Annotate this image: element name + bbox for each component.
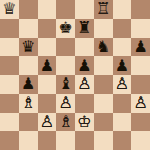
- square-h2[interactable]: [131, 113, 150, 132]
- square-f8[interactable]: ♖: [94, 0, 113, 19]
- square-c6[interactable]: [38, 38, 57, 57]
- black-rook-e7[interactable]: ♜: [77, 20, 91, 36]
- white-bishop-d2[interactable]: ♗: [58, 113, 72, 129]
- square-h1[interactable]: [131, 131, 150, 150]
- square-g6[interactable]: [113, 38, 132, 57]
- square-a2[interactable]: [0, 113, 19, 132]
- square-g2[interactable]: [113, 113, 132, 132]
- square-c3[interactable]: [38, 94, 57, 113]
- square-b3[interactable]: ♗: [19, 94, 38, 113]
- square-h4[interactable]: [131, 75, 150, 94]
- black-queen-b6[interactable]: ♛: [21, 38, 35, 54]
- square-c7[interactable]: [38, 19, 57, 38]
- white-pawn-g4[interactable]: ♙: [115, 76, 129, 92]
- square-d7[interactable]: ♚: [56, 19, 75, 38]
- square-d5[interactable]: [56, 56, 75, 75]
- square-d1[interactable]: [56, 131, 75, 150]
- square-d6[interactable]: [56, 38, 75, 57]
- black-king-d7[interactable]: ♚: [58, 20, 72, 36]
- square-e7[interactable]: ♜: [75, 19, 94, 38]
- square-b7[interactable]: [19, 19, 38, 38]
- square-f6[interactable]: ♞: [94, 38, 113, 57]
- square-g3[interactable]: [113, 94, 132, 113]
- square-f3[interactable]: [94, 94, 113, 113]
- square-b5[interactable]: [19, 56, 38, 75]
- square-e4[interactable]: ♙: [75, 75, 94, 94]
- white-pawn-e4[interactable]: ♙: [77, 76, 91, 92]
- square-f7[interactable]: [94, 19, 113, 38]
- square-d4[interactable]: ♝: [56, 75, 75, 94]
- square-e8[interactable]: [75, 0, 94, 19]
- square-h5[interactable]: [131, 56, 150, 75]
- black-knight-f6[interactable]: ♞: [96, 38, 110, 54]
- square-e1[interactable]: [75, 131, 94, 150]
- square-g1[interactable]: [113, 131, 132, 150]
- square-e6[interactable]: [75, 38, 94, 57]
- white-bishop-b3[interactable]: ♗: [21, 95, 35, 111]
- chess-board: ♕♖♚♜♛♞♟♟♟♟♟♝♙♙♗♙♙♙♗♔: [0, 0, 150, 150]
- square-g5[interactable]: ♟: [113, 56, 132, 75]
- square-a1[interactable]: [0, 131, 19, 150]
- square-a3[interactable]: [0, 94, 19, 113]
- white-pawn-d3[interactable]: ♙: [58, 95, 72, 111]
- square-g8[interactable]: [113, 0, 132, 19]
- square-f5[interactable]: [94, 56, 113, 75]
- square-b4[interactable]: ♟: [19, 75, 38, 94]
- square-b8[interactable]: [19, 0, 38, 19]
- square-h3[interactable]: ♙: [131, 94, 150, 113]
- square-f1[interactable]: [94, 131, 113, 150]
- square-g4[interactable]: ♙: [113, 75, 132, 94]
- white-rook-f8[interactable]: ♖: [96, 1, 110, 17]
- black-bishop-d4[interactable]: ♝: [58, 76, 72, 92]
- square-e5[interactable]: ♟: [75, 56, 94, 75]
- black-pawn-c5[interactable]: ♟: [40, 57, 54, 73]
- square-d3[interactable]: ♙: [56, 94, 75, 113]
- white-pawn-c2[interactable]: ♙: [40, 113, 54, 129]
- white-pawn-h3[interactable]: ♙: [133, 95, 147, 111]
- square-b6[interactable]: ♛: [19, 38, 38, 57]
- square-a6[interactable]: [0, 38, 19, 57]
- black-pawn-g5[interactable]: ♟: [115, 57, 129, 73]
- black-pawn-e5[interactable]: ♟: [77, 57, 91, 73]
- square-a5[interactable]: [0, 56, 19, 75]
- square-a4[interactable]: [0, 75, 19, 94]
- square-b2[interactable]: [19, 113, 38, 132]
- square-c4[interactable]: [38, 75, 57, 94]
- square-d8[interactable]: [56, 0, 75, 19]
- square-h7[interactable]: [131, 19, 150, 38]
- square-c5[interactable]: ♟: [38, 56, 57, 75]
- square-b1[interactable]: [19, 131, 38, 150]
- square-f4[interactable]: [94, 75, 113, 94]
- square-e3[interactable]: [75, 94, 94, 113]
- square-d2[interactable]: ♗: [56, 113, 75, 132]
- square-g7[interactable]: [113, 19, 132, 38]
- square-a8[interactable]: ♕: [0, 0, 19, 19]
- square-e2[interactable]: ♔: [75, 113, 94, 132]
- square-c8[interactable]: [38, 0, 57, 19]
- square-f2[interactable]: [94, 113, 113, 132]
- white-queen-a8[interactable]: ♕: [2, 1, 16, 17]
- square-c2[interactable]: ♙: [38, 113, 57, 132]
- square-h6[interactable]: ♟: [131, 38, 150, 57]
- square-h8[interactable]: [131, 0, 150, 19]
- white-king-e2[interactable]: ♔: [77, 113, 91, 129]
- black-pawn-h6[interactable]: ♟: [133, 38, 147, 54]
- square-a7[interactable]: [0, 19, 19, 38]
- black-pawn-b4[interactable]: ♟: [21, 76, 35, 92]
- square-c1[interactable]: [38, 131, 57, 150]
